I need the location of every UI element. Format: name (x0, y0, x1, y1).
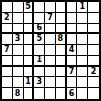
cell-r4c9[interactable] (88, 34, 99, 45)
cell-r1c2[interactable] (13, 2, 24, 13)
cell-r1c4[interactable] (34, 2, 45, 13)
cell-r6c1[interactable] (2, 56, 13, 67)
cell-r8c5[interactable] (45, 77, 56, 88)
cell-r6c2[interactable] (13, 56, 24, 67)
cell-r8c6[interactable] (56, 77, 67, 88)
cell-r9c2[interactable]: 8 (13, 88, 24, 99)
cell-r9c8[interactable] (77, 88, 88, 99)
cell-r8c7[interactable] (67, 77, 78, 88)
cell-r2c9[interactable] (88, 13, 99, 24)
cell-r5c9[interactable] (88, 45, 99, 56)
cell-r2c2[interactable] (13, 13, 24, 24)
cell-r5c7[interactable]: 4 (67, 45, 78, 56)
sudoku-board: 51276358741721386 (0, 0, 101, 101)
cell-r3c2[interactable] (13, 24, 24, 35)
cell-r1c6[interactable] (56, 2, 67, 13)
cell-r7c3[interactable] (24, 67, 35, 78)
cell-r9c9[interactable] (88, 88, 99, 99)
cell-r2c8[interactable] (77, 13, 88, 24)
cell-r3c4[interactable]: 6 (34, 24, 45, 35)
cell-r8c2[interactable] (13, 77, 24, 88)
cell-r7c8[interactable] (77, 67, 88, 78)
cell-r3c8[interactable] (77, 24, 88, 35)
cell-r5c3[interactable] (24, 45, 35, 56)
cell-r4c4[interactable]: 5 (34, 34, 45, 45)
cell-r2c3[interactable] (24, 13, 35, 24)
cell-r7c6[interactable] (56, 67, 67, 78)
cell-r3c1[interactable] (2, 24, 13, 35)
cell-r6c8[interactable] (77, 56, 88, 67)
cell-r6c4[interactable]: 1 (34, 56, 45, 67)
cell-r8c3[interactable]: 1 (24, 77, 35, 88)
cell-r5c8[interactable] (77, 45, 88, 56)
cell-r7c9[interactable]: 2 (88, 67, 99, 78)
cell-r3c5[interactable] (45, 24, 56, 35)
cell-r9c6[interactable] (56, 88, 67, 99)
cell-r6c6[interactable] (56, 56, 67, 67)
cell-r9c5[interactable] (45, 88, 56, 99)
cell-r9c3[interactable] (24, 88, 35, 99)
cell-r6c7[interactable] (67, 56, 78, 67)
cell-r5c6[interactable] (56, 45, 67, 56)
cell-r3c6[interactable] (56, 24, 67, 35)
cell-r7c2[interactable] (13, 67, 24, 78)
cell-r2c1[interactable]: 2 (2, 13, 13, 24)
cell-r5c4[interactable] (34, 45, 45, 56)
cell-r7c1[interactable] (2, 67, 13, 78)
cell-r9c7[interactable]: 6 (67, 88, 78, 99)
cell-r5c5[interactable] (45, 45, 56, 56)
cell-r3c3[interactable] (24, 24, 35, 35)
cell-r5c2[interactable] (13, 45, 24, 56)
cell-r6c5[interactable] (45, 56, 56, 67)
cell-r2c6[interactable] (56, 13, 67, 24)
cell-r9c1[interactable] (2, 88, 13, 99)
cell-r3c7[interactable] (67, 24, 78, 35)
cell-r2c7[interactable] (67, 13, 78, 24)
cell-r6c3[interactable] (24, 56, 35, 67)
cell-r1c1[interactable] (2, 2, 13, 13)
cell-r4c3[interactable] (24, 34, 35, 45)
cell-r2c4[interactable] (34, 13, 45, 24)
cell-r4c6[interactable]: 8 (56, 34, 67, 45)
cell-r8c1[interactable] (2, 77, 13, 88)
cell-r8c8[interactable] (77, 77, 88, 88)
cell-r4c2[interactable]: 3 (13, 34, 24, 45)
cell-r4c5[interactable] (45, 34, 56, 45)
cell-r8c9[interactable] (88, 77, 99, 88)
cell-r4c1[interactable] (2, 34, 13, 45)
cell-r1c3[interactable]: 5 (24, 2, 35, 13)
cell-r4c8[interactable] (77, 34, 88, 45)
cell-r1c5[interactable] (45, 2, 56, 13)
cell-r5c1[interactable]: 7 (2, 45, 13, 56)
cell-r6c9[interactable] (88, 56, 99, 67)
cell-r7c7[interactable]: 7 (67, 67, 78, 78)
cell-r4c7[interactable] (67, 34, 78, 45)
cell-r8c4[interactable]: 3 (34, 77, 45, 88)
cell-r3c9[interactable] (88, 24, 99, 35)
cell-r1c9[interactable] (88, 2, 99, 13)
cell-r7c5[interactable] (45, 67, 56, 78)
cell-r7c4[interactable] (34, 67, 45, 78)
cell-r9c4[interactable] (34, 88, 45, 99)
cell-r1c8[interactable]: 1 (77, 2, 88, 13)
cell-r2c5[interactable]: 7 (45, 13, 56, 24)
cell-r1c7[interactable] (67, 2, 78, 13)
